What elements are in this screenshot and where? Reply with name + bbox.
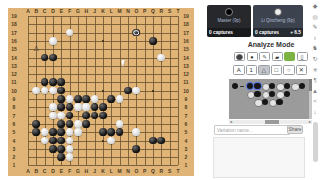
grid-line-v [145, 16, 146, 165]
coord-number-right: 3 [185, 146, 188, 151]
coord-number-right: 4 [185, 138, 188, 143]
paragraph-icon[interactable]: ¶ [313, 77, 316, 83]
variation-name-input[interactable] [214, 125, 290, 135]
white-stone-D10[interactable] [49, 87, 57, 95]
coord-letter-top: P [143, 9, 146, 14]
coord-number-right: 16 [183, 38, 189, 43]
goban[interactable]: AA1919BB1818CC1717DD1616EE1515FF1414GG13… [8, 8, 194, 176]
coord-number-right: 18 [183, 22, 189, 27]
coord-number-left: 2 [13, 155, 16, 160]
black-stone-H7[interactable] [82, 112, 90, 120]
black-stone-E8[interactable] [57, 103, 65, 111]
coord-letter-top: F [68, 9, 71, 14]
coord-letter-top: O [134, 9, 138, 14]
coord-letter-top: J [93, 9, 96, 14]
black-captures: 0 captures [207, 28, 251, 37]
black-stone-F6[interactable] [66, 120, 74, 128]
grid-line-v [170, 16, 171, 165]
grid-line-h [28, 157, 178, 158]
coord-number-right: 10 [183, 88, 189, 93]
grid-line-v [120, 16, 121, 165]
tree-move-node[interactable] [247, 83, 253, 89]
triangle-mark: △ [34, 46, 39, 53]
black-stone-O3[interactable] [132, 145, 140, 153]
komi-value: + 6.5 [290, 28, 301, 37]
white-stone-F2[interactable] [66, 153, 74, 161]
white-stone-G6[interactable] [74, 120, 82, 128]
tree-link [240, 86, 244, 87]
tree-move-node[interactable] [269, 83, 275, 89]
white-stone-D16[interactable] [49, 37, 57, 45]
black-stone-C14[interactable] [41, 54, 49, 62]
white-stone-R14[interactable] [157, 54, 165, 62]
share-button[interactable]: Share [287, 125, 303, 134]
coord-letter-top: L [110, 9, 113, 14]
coord-letter-bottom: D [51, 169, 55, 174]
coord-letter-top: Q [151, 9, 155, 14]
black-stone-icon [225, 8, 233, 16]
coord-number-right: 17 [183, 30, 189, 35]
star-point [102, 90, 104, 92]
star-point [102, 40, 104, 42]
black-stone-E6[interactable] [57, 120, 65, 128]
coord-number-left: 12 [11, 72, 17, 77]
game-icon[interactable]: ♞ [312, 45, 317, 51]
coord-number-right: 14 [183, 55, 189, 60]
tree-move-node[interactable] [254, 83, 260, 89]
coord-letter-top: B [35, 9, 39, 14]
tree-move-node[interactable] [284, 91, 290, 97]
edit-icon[interactable]: ✎ [312, 24, 317, 30]
white-stone-C5[interactable] [41, 128, 49, 136]
coord-letter-bottom: Q [151, 169, 155, 174]
analyze-mode-title: Analyze Mode [229, 41, 313, 48]
white-player-name[interactable]: Li Qincheng (9p) [253, 18, 303, 23]
color-tool[interactable] [284, 52, 295, 61]
black-stone-K8[interactable] [99, 103, 107, 111]
coord-number-left: 10 [11, 88, 17, 93]
white-stone-H8[interactable] [82, 103, 90, 111]
tree-move-node[interactable] [276, 99, 282, 105]
coord-number-right: 9 [185, 97, 188, 102]
coord-letter-top: M [118, 9, 122, 14]
pencil-tool[interactable]: ✎ [259, 52, 270, 61]
white-stone-O10[interactable] [132, 87, 140, 95]
coord-letter-top: A [26, 9, 30, 14]
black-stone-F7[interactable] [66, 112, 74, 120]
coord-number-left: 5 [13, 130, 16, 135]
white-player-card: Li Qincheng (9p) 0 captures + 6.5 [253, 5, 303, 37]
black-stone-E11[interactable] [57, 78, 65, 86]
black-stone-E4[interactable] [57, 137, 65, 145]
coord-number-right: 5 [185, 130, 188, 135]
coord-number-left: 7 [13, 113, 16, 118]
tree-move-node[interactable] [269, 91, 275, 97]
black-stone-D11[interactable] [49, 78, 57, 86]
black-stone-E10[interactable] [57, 87, 65, 95]
black-stone-E3[interactable] [57, 145, 65, 153]
marker-✕[interactable]: ✕ [296, 65, 308, 75]
coord-number-right: 6 [185, 121, 188, 126]
black-stone-D3[interactable] [49, 145, 57, 153]
coord-number-left: 6 [13, 121, 16, 126]
black-stone-B6[interactable] [32, 120, 40, 128]
coord-letter-bottom: B [35, 169, 39, 174]
black-stone-G9[interactable] [74, 95, 82, 103]
alert-icon[interactable]: ▲ [312, 88, 318, 94]
star-point [152, 90, 154, 92]
coord-letter-bottom: S [168, 169, 171, 174]
coord-letter-bottom: F [68, 169, 71, 174]
coord-letter-bottom: O [134, 169, 138, 174]
coord-letter-top: N [126, 9, 130, 14]
black-stone-E5[interactable] [57, 128, 65, 136]
move-tree-horizontal-scrollbar[interactable]: ◂ ▸ [229, 120, 312, 124]
grid-line-h [28, 99, 178, 100]
black-stone-D4[interactable] [49, 137, 57, 145]
coord-number-left: 11 [11, 80, 16, 85]
coord-number-right: 15 [183, 47, 189, 52]
white-stone-F9[interactable] [66, 95, 74, 103]
white-stone-G8[interactable] [74, 103, 82, 111]
black-stone-H9[interactable] [82, 95, 90, 103]
tree-move-node[interactable] [254, 91, 260, 97]
marker-○[interactable]: ○ [283, 65, 295, 75]
coord-number-right: 1 [185, 163, 188, 168]
black-stone-D14[interactable] [49, 54, 57, 62]
tree-move-node[interactable] [299, 83, 305, 89]
coord-number-left: 18 [11, 22, 17, 27]
coord-letter-top: H [85, 9, 89, 14]
coord-letter-bottom: R [160, 169, 164, 174]
black-stone-M5[interactable] [116, 128, 124, 136]
last-move-mark [134, 30, 140, 36]
black-stone-K7[interactable] [99, 112, 107, 120]
coord-number-right: 7 [185, 113, 188, 118]
coord-number-left: 19 [11, 14, 17, 19]
black-stone-J7[interactable] [91, 112, 99, 120]
eraser-tool[interactable]: ▰ [272, 52, 283, 61]
tree-move-node[interactable] [284, 83, 290, 89]
scroll-right-arrow[interactable]: ▸ [309, 119, 311, 124]
coord-letter-bottom: L [110, 169, 113, 174]
black-stone-B5[interactable] [32, 128, 40, 136]
tree-move-node[interactable] [262, 99, 268, 105]
coord-letter-bottom: M [118, 169, 122, 174]
mouse-cursor [121, 60, 127, 68]
black-stone-J8[interactable] [91, 103, 99, 111]
white-stone-F17[interactable] [66, 29, 74, 37]
coord-letter-bottom: E [60, 169, 63, 174]
black-stone-F8[interactable] [66, 103, 74, 111]
black-stone-L9[interactable] [107, 95, 115, 103]
coordinates-icon[interactable]: ◎ [312, 14, 317, 20]
coord-number-left: 17 [11, 30, 17, 35]
side-icon-strip: ◆◎✎i♞↻✳¶▲<↓ [310, 3, 320, 115]
star-point [102, 139, 104, 141]
black-stone-Q4[interactable] [149, 137, 157, 145]
marker-A[interactable]: A [233, 65, 245, 75]
coord-number-left: 8 [13, 105, 16, 110]
coord-number-right: 12 [183, 72, 189, 77]
coord-letter-top: T [176, 9, 179, 14]
white-stone-F3[interactable] [66, 145, 74, 153]
stone-pair-tool[interactable]: ⚫ [234, 52, 245, 61]
move-tree-hscroll-thumb[interactable] [265, 120, 279, 124]
black-stone-K5[interactable] [99, 128, 107, 136]
rotate-icon[interactable]: ↻ [312, 56, 317, 62]
coord-letter-top: R [160, 9, 164, 14]
white-stone-G5[interactable] [74, 128, 82, 136]
coord-letter-bottom: P [143, 169, 146, 174]
coord-number-left: 13 [11, 63, 17, 68]
white-stone-J9[interactable] [91, 95, 99, 103]
coord-letter-bottom: H [85, 169, 89, 174]
white-stone-M9[interactable] [116, 95, 124, 103]
coord-letter-top: E [60, 9, 63, 14]
white-stone-F5[interactable] [66, 128, 74, 136]
analyze-tool-row: ⚫●✎▰▯ [234, 52, 310, 61]
theme-icon[interactable]: ◆ [313, 3, 318, 9]
white-stone-D7[interactable] [49, 112, 57, 120]
black-stone-E9[interactable] [57, 95, 65, 103]
coord-number-right: 13 [183, 63, 189, 68]
white-stone-M6[interactable] [116, 120, 124, 128]
coord-number-left: 3 [13, 146, 16, 151]
black-stone-N10[interactable] [124, 87, 132, 95]
white-stone-D8[interactable] [49, 103, 57, 111]
coord-letter-top: G [76, 9, 80, 14]
app-window: { "game": { "name": "go", "board_size": … [0, 0, 320, 180]
black-stone-Q16[interactable] [149, 37, 157, 45]
white-stone-icon [274, 8, 282, 16]
white-stone-C4[interactable] [41, 137, 49, 145]
grid-line-h [28, 124, 178, 125]
white-stone-F4[interactable] [66, 137, 74, 145]
plain-stone-tool[interactable]: ● [247, 52, 258, 61]
black-stone-E2[interactable] [57, 153, 65, 161]
coord-number-left: 4 [13, 138, 16, 143]
trash-tool[interactable]: ▯ [297, 52, 308, 61]
grid-line-v [178, 16, 179, 165]
coord-number-left: 15 [11, 47, 17, 52]
info-icon[interactable]: i [314, 35, 315, 41]
coord-number-right: 11 [183, 80, 188, 85]
marker-△[interactable]: △ [258, 65, 270, 75]
coord-number-right: 19 [183, 14, 189, 19]
coord-letter-bottom: N [126, 169, 130, 174]
white-stone-E7[interactable] [57, 112, 65, 120]
coord-letter-top: C [43, 9, 47, 14]
coord-letter-top: D [51, 9, 55, 14]
tree-move-node[interactable] [232, 83, 238, 89]
coord-letter-bottom: K [101, 169, 105, 174]
coord-number-left: 1 [13, 163, 16, 168]
grid-line-h [28, 165, 178, 166]
black-player-name[interactable]: Master (9p) [207, 18, 251, 23]
coord-number-left: 14 [11, 55, 17, 60]
coord-letter-top: S [168, 9, 171, 14]
black-player-card: Master (9p) 0 captures [207, 5, 251, 37]
scroll-left-arrow[interactable]: ◂ [230, 119, 232, 124]
coord-letter-bottom: T [176, 169, 179, 174]
marker-tool-row: A1△□○✕ [233, 65, 311, 75]
panel-scrollbar[interactable] [313, 122, 318, 162]
black-stone-C11[interactable] [41, 78, 49, 86]
black-stone-L5[interactable] [107, 128, 115, 136]
coord-letter-bottom: G [76, 169, 80, 174]
coord-number-right: 2 [185, 155, 188, 160]
flower-icon[interactable]: ✳ [312, 67, 317, 73]
coord-number-left: 16 [11, 38, 17, 43]
marker-□[interactable]: □ [271, 65, 283, 75]
black-stone-H6[interactable] [82, 120, 90, 128]
white-stone-B10[interactable] [32, 87, 40, 95]
white-stone-C10[interactable] [41, 87, 49, 95]
coord-number-right: 8 [185, 105, 188, 110]
white-stone-O5[interactable] [132, 128, 140, 136]
chat-area[interactable] [213, 137, 305, 178]
move-tree-panel[interactable] [229, 79, 312, 119]
black-stone-D5[interactable] [49, 128, 57, 136]
black-stone-R4[interactable] [157, 137, 165, 145]
coord-letter-bottom: C [43, 169, 47, 174]
download-icon[interactable]: ↓ [314, 109, 317, 115]
coord-letter-bottom: J [93, 169, 96, 174]
share-icon[interactable]: < [313, 98, 317, 104]
coord-number-left: 9 [13, 97, 16, 102]
marker-1[interactable]: 1 [246, 65, 258, 75]
coord-letter-bottom: A [26, 169, 30, 174]
coord-letter-top: K [101, 9, 105, 14]
white-stone-L4[interactable] [107, 137, 115, 145]
